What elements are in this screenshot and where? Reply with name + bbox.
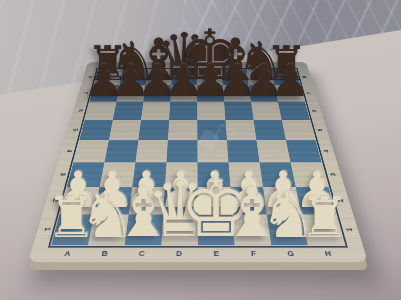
square-h5[interactable] [282,120,316,140]
square-g5[interactable] [254,120,286,140]
rank-label-right-6: 6 [311,109,318,112]
square-b5[interactable] [109,120,141,140]
square-c5[interactable] [138,120,169,140]
piece-white-rook-h1[interactable]: ♜ [299,189,350,246]
piece-black-pawn-h7[interactable]: ♟ [271,59,311,103]
file-label-h: H [324,250,332,258]
square-a5[interactable] [79,120,113,140]
square-f5[interactable] [225,120,256,140]
rank-label-left-4: 4 [65,149,73,152]
photo-scene: ABCDEFGH1122334455667788 ♜♞♝♛♚♝♞♜♟♟♟♟♟♟♟… [0,0,401,300]
rank-label-right-4: 4 [322,149,330,152]
file-label-a: A [64,250,72,258]
rank-label-left-5: 5 [71,128,78,131]
square-d5[interactable] [168,120,198,140]
rank-label-right-5: 5 [316,128,323,131]
rank-label-left-6: 6 [77,109,84,112]
square-e5[interactable] [197,120,227,140]
